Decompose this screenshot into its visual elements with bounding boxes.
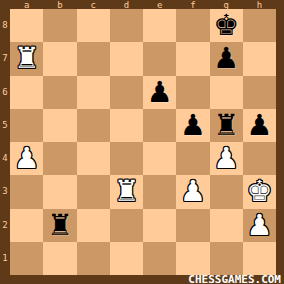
square-g8: ♚	[210, 9, 243, 42]
square-c6	[77, 76, 110, 109]
square-a2	[10, 209, 43, 242]
file-labels: abcdefgh	[10, 0, 276, 9]
square-e2	[143, 209, 176, 242]
white-king: ♚	[246, 175, 272, 208]
square-c7	[77, 42, 110, 75]
square-h8	[243, 9, 276, 42]
square-g7: ♟	[210, 42, 243, 75]
square-d1	[110, 242, 143, 275]
square-d2	[110, 209, 143, 242]
square-a5	[10, 109, 43, 142]
square-h5: ♟	[243, 109, 276, 142]
rank-label-5: 5	[0, 109, 10, 142]
black-pawn: ♟	[213, 42, 239, 75]
square-d6	[110, 76, 143, 109]
square-d5	[110, 109, 143, 142]
square-a1	[10, 242, 43, 275]
square-e3	[143, 175, 176, 208]
square-b1	[43, 242, 76, 275]
white-pawn: ♟	[213, 142, 239, 175]
square-h2: ♟	[243, 209, 276, 242]
chess-diagram: abcdefgh 87654321 ♚♜♟♟♟♜♟♟♟♜♟♚♜♟ CHESSGA…	[0, 0, 284, 284]
square-f4	[176, 142, 209, 175]
square-h4	[243, 142, 276, 175]
square-h7	[243, 42, 276, 75]
square-g5: ♜	[210, 109, 243, 142]
square-b5	[43, 109, 76, 142]
square-a8	[10, 9, 43, 42]
white-pawn: ♟	[180, 175, 206, 208]
square-e5	[143, 109, 176, 142]
square-b7	[43, 42, 76, 75]
square-b3	[43, 175, 76, 208]
square-f7	[176, 42, 209, 75]
square-a4: ♟	[10, 142, 43, 175]
square-g6	[210, 76, 243, 109]
square-d7	[110, 42, 143, 75]
square-f8	[176, 9, 209, 42]
square-b6	[43, 76, 76, 109]
square-h3: ♚	[243, 175, 276, 208]
square-e6: ♟	[143, 76, 176, 109]
rank-label-8: 8	[0, 9, 10, 42]
rank-labels: 87654321	[0, 9, 10, 275]
square-e8	[143, 9, 176, 42]
square-h1	[243, 242, 276, 275]
square-f6	[176, 76, 209, 109]
square-a6	[10, 76, 43, 109]
black-pawn: ♟	[147, 76, 173, 109]
white-pawn: ♟	[246, 209, 272, 242]
board-grid[interactable]: ♚♜♟♟♟♜♟♟♟♜♟♚♜♟	[10, 9, 276, 275]
square-c8	[77, 9, 110, 42]
square-c3	[77, 175, 110, 208]
black-pawn: ♟	[246, 109, 272, 142]
square-g1	[210, 242, 243, 275]
rank-label-4: 4	[0, 142, 10, 175]
site-credit: CHESSGAMES.COM	[188, 275, 281, 284]
rank-label-1: 1	[0, 242, 10, 275]
square-f2	[176, 209, 209, 242]
rank-label-7: 7	[0, 42, 10, 75]
square-b4	[43, 142, 76, 175]
white-rook: ♜	[14, 42, 40, 75]
square-c4	[77, 142, 110, 175]
square-a7: ♜	[10, 42, 43, 75]
square-a3	[10, 175, 43, 208]
square-e1	[143, 242, 176, 275]
black-pawn: ♟	[180, 109, 206, 142]
white-pawn: ♟	[14, 142, 40, 175]
square-d8	[110, 9, 143, 42]
rank-label-3: 3	[0, 175, 10, 208]
square-d3: ♜	[110, 175, 143, 208]
white-rook: ♜	[113, 175, 139, 208]
square-f5: ♟	[176, 109, 209, 142]
square-c2	[77, 209, 110, 242]
black-king: ♚	[213, 9, 239, 42]
black-rook: ♜	[213, 109, 239, 142]
square-g4: ♟	[210, 142, 243, 175]
square-e4	[143, 142, 176, 175]
square-d4	[110, 142, 143, 175]
square-c1	[77, 242, 110, 275]
square-h6	[243, 76, 276, 109]
square-b2: ♜	[43, 209, 76, 242]
square-b8	[43, 9, 76, 42]
rank-label-6: 6	[0, 76, 10, 109]
square-f1	[176, 242, 209, 275]
square-e7	[143, 42, 176, 75]
black-rook: ♜	[47, 209, 73, 242]
rank-label-2: 2	[0, 209, 10, 242]
square-g2	[210, 209, 243, 242]
square-g3	[210, 175, 243, 208]
square-c5	[77, 109, 110, 142]
square-f3: ♟	[176, 175, 209, 208]
